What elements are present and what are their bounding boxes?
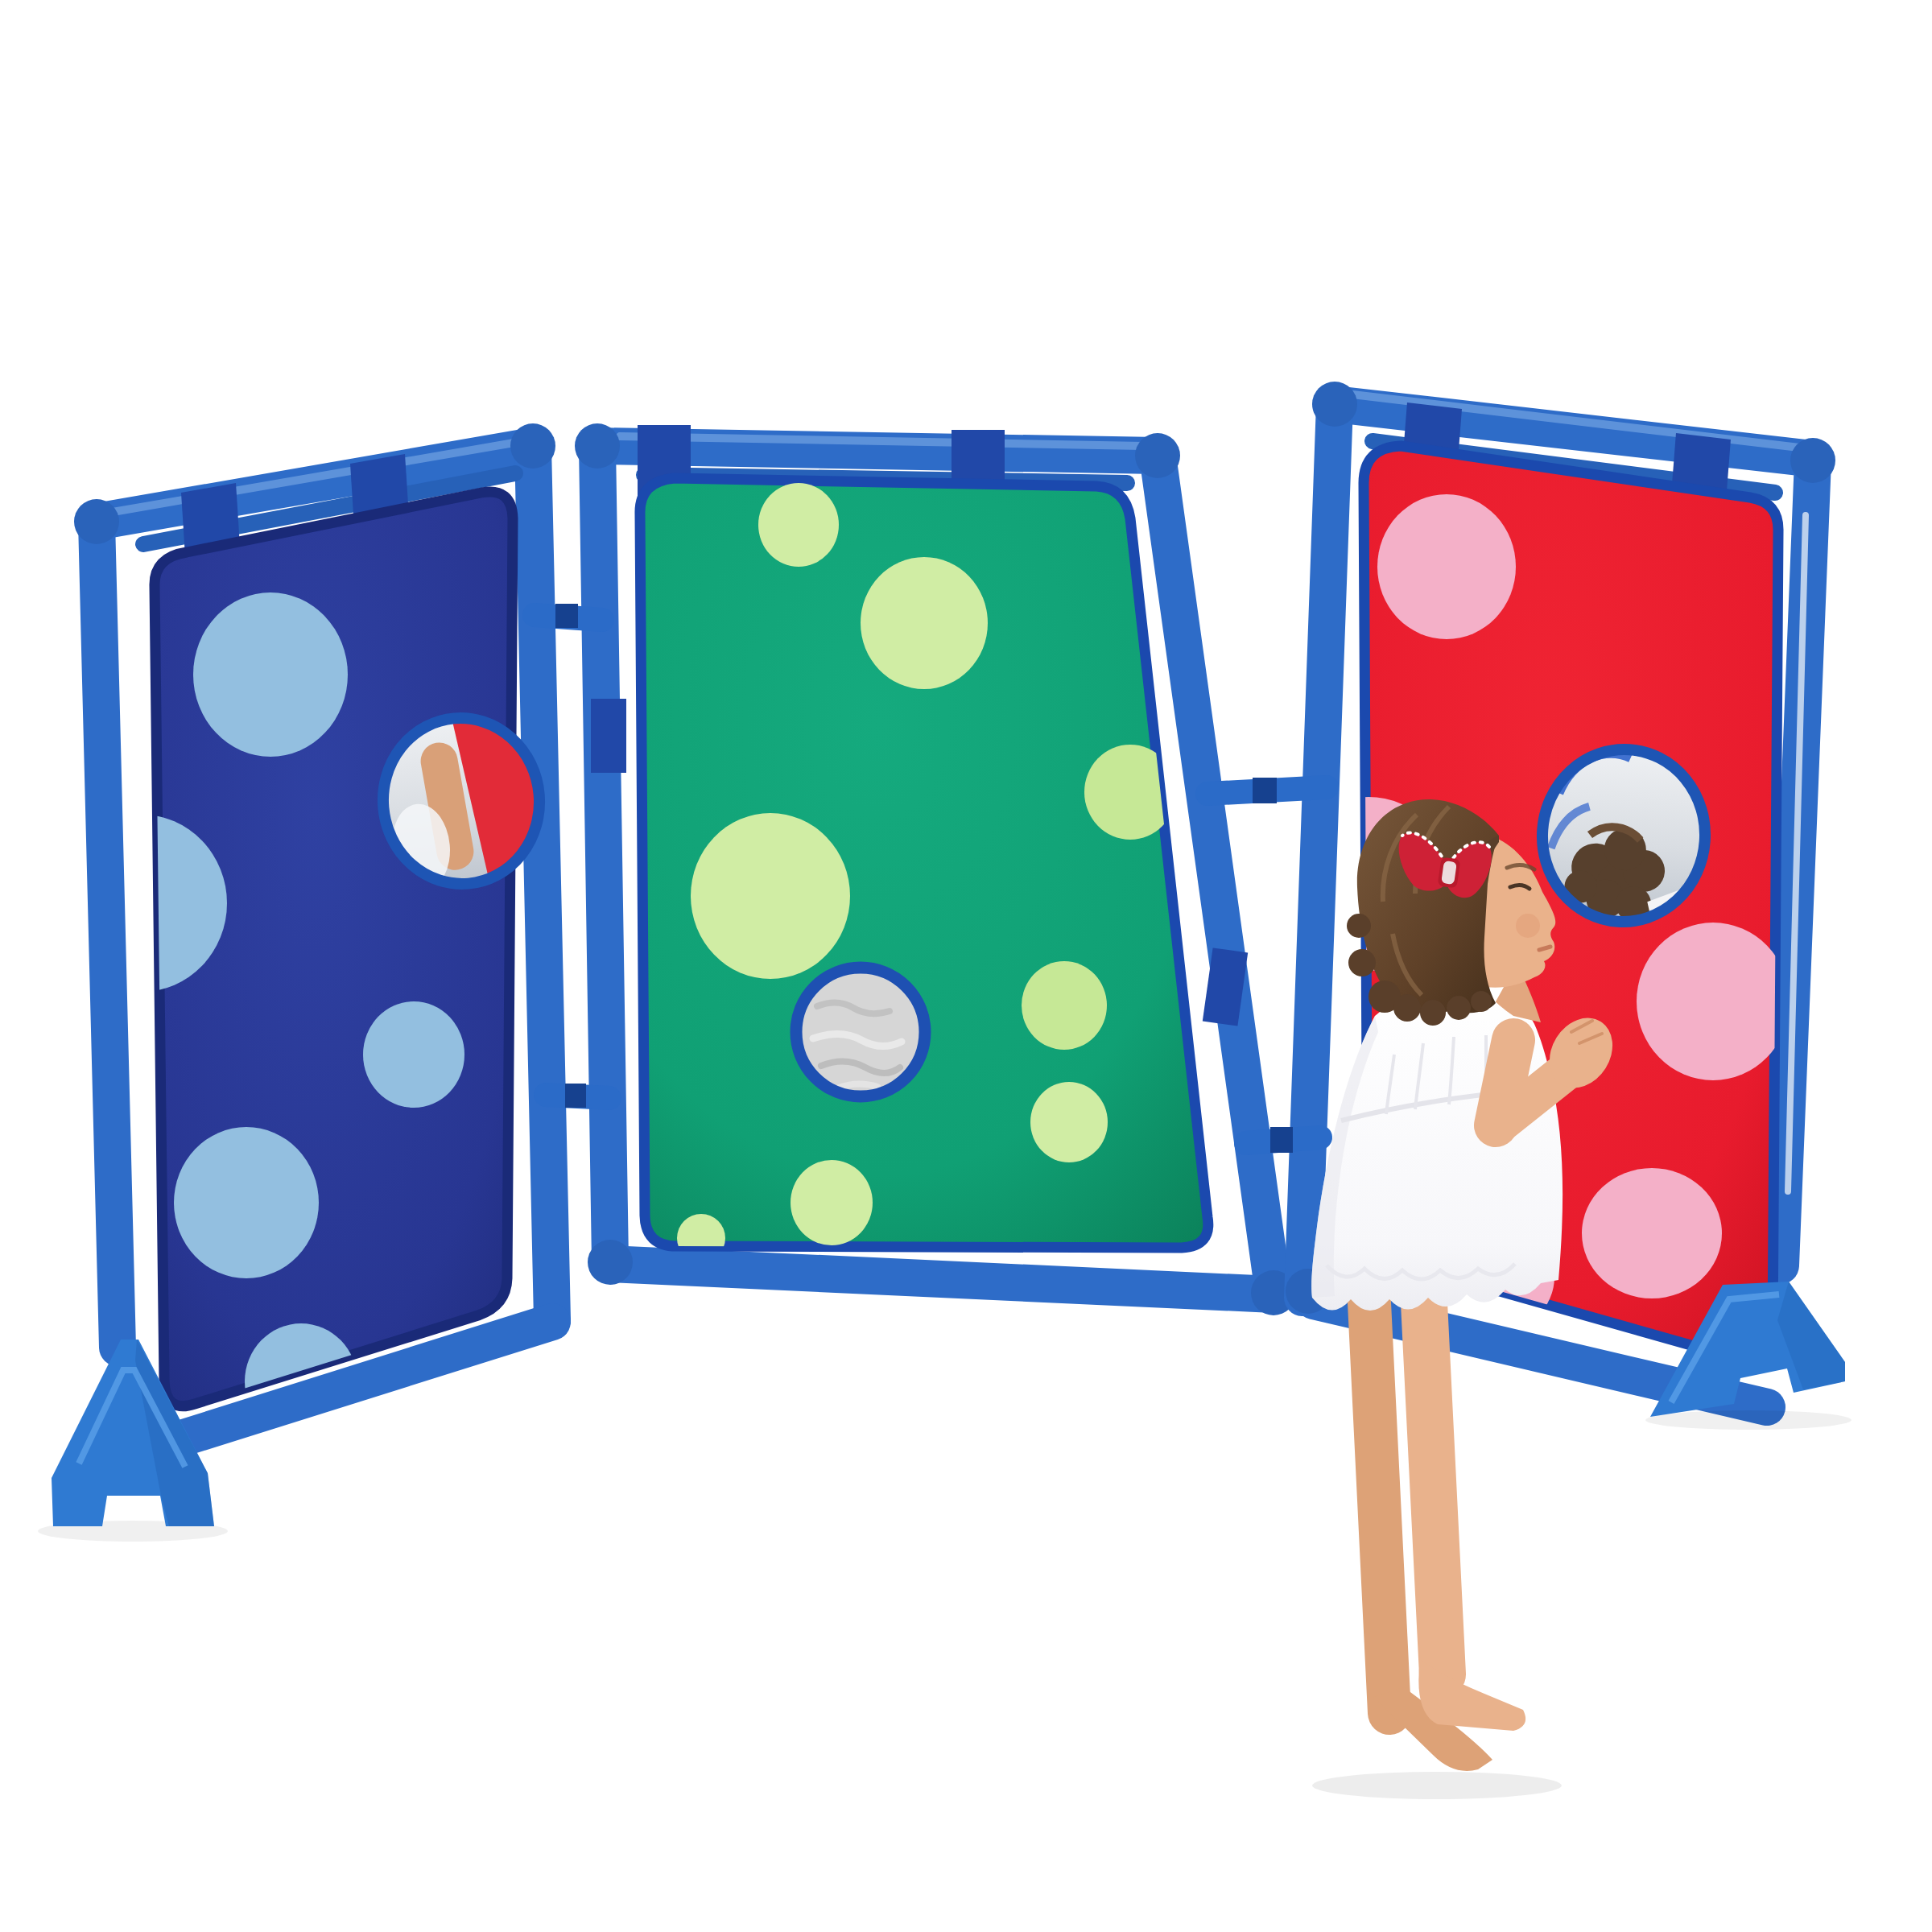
ground-shadows bbox=[38, 1410, 1851, 1799]
elbow-joint bbox=[575, 423, 620, 469]
product-photo-scene bbox=[0, 0, 1932, 1932]
front-leg bbox=[1423, 1286, 1443, 1674]
elbow-joint bbox=[74, 499, 119, 544]
cheek bbox=[1516, 914, 1540, 938]
elbow-joint bbox=[1312, 382, 1357, 427]
side-strap bbox=[591, 699, 626, 773]
silver-texture-circle bbox=[796, 968, 925, 1096]
play-panels-illustration bbox=[0, 0, 1932, 1932]
elbow-joint bbox=[588, 1240, 633, 1285]
elbow-joint bbox=[510, 423, 555, 469]
back-leg bbox=[1368, 1286, 1389, 1713]
panel-green bbox=[575, 423, 1296, 1315]
elbow-joint bbox=[1790, 438, 1835, 483]
panel-blue bbox=[56, 423, 572, 1447]
elbow-joint bbox=[1135, 433, 1180, 478]
front-foot bbox=[1418, 1660, 1525, 1731]
